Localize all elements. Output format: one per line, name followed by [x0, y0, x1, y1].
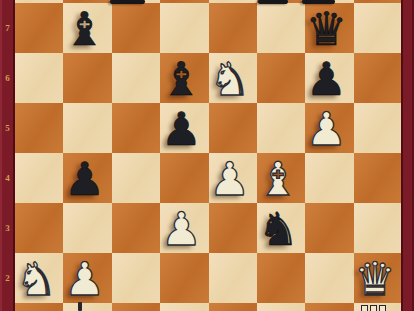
rank-label-2: 2 [2, 273, 13, 283]
square-b7[interactable]: ♝ [63, 3, 111, 53]
square-e3[interactable] [209, 203, 257, 253]
partial-piece-br-c8[interactable] [110, 0, 145, 4]
square-a3[interactable] [15, 203, 63, 253]
partial-piece-bk-g8[interactable] [302, 0, 335, 4]
square-f2[interactable] [257, 253, 305, 303]
square-g1[interactable] [305, 303, 353, 311]
piece-bq-g7: ♛ [306, 4, 347, 54]
piece-wq-h2: ♛ [354, 254, 395, 304]
square-a6[interactable] [15, 53, 63, 103]
rank-label-7: 7 [2, 23, 13, 33]
square-a5[interactable] [15, 103, 63, 153]
rank-label-5: 5 [2, 123, 13, 133]
square-g3[interactable] [305, 203, 353, 253]
square-c5[interactable] [112, 103, 160, 153]
piece-bp-d5: ♟ [161, 104, 202, 154]
square-c1[interactable] [112, 303, 160, 311]
piece-wb-f4: ♝ [257, 154, 298, 204]
square-h3[interactable] [354, 203, 402, 253]
square-b1[interactable] [63, 303, 111, 311]
piece-wp-e4: ♟ [209, 154, 250, 204]
square-f1[interactable] [257, 303, 305, 311]
piece-bp-g6: ♟ [306, 54, 347, 104]
square-e6[interactable]: ♞ [209, 53, 257, 103]
rook-crenellation [361, 305, 368, 311]
board-frame-edge-left [13, 0, 15, 311]
square-c7[interactable] [112, 3, 160, 53]
piece-bb-d6: ♝ [161, 54, 202, 104]
board-frame-highlight-left [0, 0, 2, 311]
partial-piece-wk-b1[interactable] [78, 302, 82, 311]
square-b6[interactable] [63, 53, 111, 103]
piece-bb-b7: ♝ [64, 4, 105, 54]
square-c3[interactable] [112, 203, 160, 253]
square-f5[interactable] [257, 103, 305, 153]
partial-piece-br-f8[interactable] [258, 0, 288, 4]
piece-bn-f3: ♞ [257, 204, 298, 254]
square-d3[interactable]: ♟ [160, 203, 208, 253]
square-f6[interactable] [257, 53, 305, 103]
square-g5[interactable]: ♟ [305, 103, 353, 153]
chess-board-screenshot: ♝♛♝♞♟♟♟♟♟♝♟♞♞♟♛ 765432 [0, 0, 414, 311]
piece-wp-d3: ♟ [161, 204, 202, 254]
square-a1[interactable] [15, 303, 63, 311]
piece-wn-e6: ♞ [209, 54, 250, 104]
square-e2[interactable] [209, 253, 257, 303]
square-g4[interactable] [305, 153, 353, 203]
piece-wn-a2: ♞ [16, 254, 57, 304]
square-g2[interactable] [305, 253, 353, 303]
square-a7[interactable] [15, 3, 63, 53]
rook-crenellation [379, 305, 386, 311]
square-g7[interactable]: ♛ [305, 3, 353, 53]
square-c4[interactable] [112, 153, 160, 203]
rank-label-4: 4 [2, 173, 13, 183]
square-a4[interactable] [15, 153, 63, 203]
square-d1[interactable] [160, 303, 208, 311]
chess-board: ♝♛♝♞♟♟♟♟♟♝♟♞♞♟♛ [15, 0, 402, 311]
piece-wp-b2: ♟ [64, 254, 105, 304]
board-frame-edge-right [401, 0, 403, 311]
rank-label-6: 6 [2, 73, 13, 83]
square-c6[interactable] [112, 53, 160, 103]
square-a2[interactable]: ♞ [15, 253, 63, 303]
square-h2[interactable]: ♛ [354, 253, 402, 303]
rook-crenellation [370, 305, 377, 311]
square-f3[interactable]: ♞ [257, 203, 305, 253]
square-d2[interactable] [160, 253, 208, 303]
square-b3[interactable] [63, 203, 111, 253]
square-e7[interactable] [209, 3, 257, 53]
square-e1[interactable] [209, 303, 257, 311]
square-b2[interactable]: ♟ [63, 253, 111, 303]
square-e5[interactable] [209, 103, 257, 153]
piece-bp-b4: ♟ [64, 154, 105, 204]
square-d5[interactable]: ♟ [160, 103, 208, 153]
square-b5[interactable] [63, 103, 111, 153]
piece-wp-g5: ♟ [306, 104, 347, 154]
square-h6[interactable] [354, 53, 402, 103]
square-d7[interactable] [160, 3, 208, 53]
square-h4[interactable] [354, 153, 402, 203]
square-f4[interactable]: ♝ [257, 153, 305, 203]
partial-piece-wr-h1[interactable] [361, 305, 386, 311]
square-c2[interactable] [112, 253, 160, 303]
square-b4[interactable]: ♟ [63, 153, 111, 203]
square-h7[interactable] [354, 3, 402, 53]
rank-label-3: 3 [2, 223, 13, 233]
square-g6[interactable]: ♟ [305, 53, 353, 103]
square-e4[interactable]: ♟ [209, 153, 257, 203]
square-h5[interactable] [354, 103, 402, 153]
square-d4[interactable] [160, 153, 208, 203]
square-f7[interactable] [257, 3, 305, 53]
square-d6[interactable]: ♝ [160, 53, 208, 103]
